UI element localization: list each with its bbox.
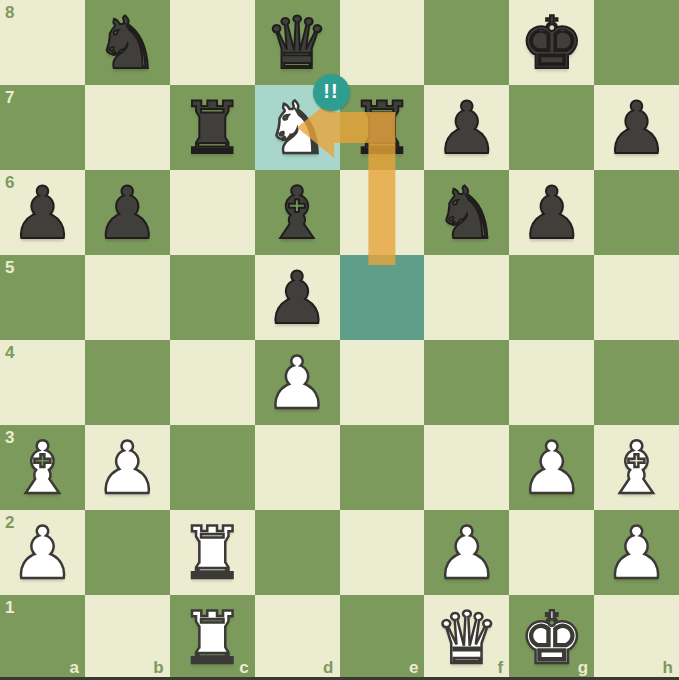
square-f5[interactable] — [424, 255, 509, 340]
black-knight[interactable]: ♞ — [85, 0, 170, 85]
black-pawn[interactable]: ♟ — [424, 85, 509, 170]
rank-label-1: 1 — [5, 599, 14, 616]
square-g8[interactable]: ♚ — [509, 0, 594, 85]
file-label-d: d — [323, 659, 333, 676]
square-a1[interactable]: 1a — [0, 595, 85, 680]
square-b7[interactable] — [85, 85, 170, 170]
square-e2[interactable] — [340, 510, 425, 595]
square-b5[interactable] — [85, 255, 170, 340]
square-e6[interactable] — [340, 170, 425, 255]
rank-label-7: 7 — [5, 89, 14, 106]
square-b2[interactable] — [85, 510, 170, 595]
black-queen[interactable]: ♛ — [255, 0, 340, 85]
white-pawn[interactable]: ♟ — [255, 340, 340, 425]
square-c2[interactable]: ♜ — [170, 510, 255, 595]
square-d4[interactable]: ♟ — [255, 340, 340, 425]
rank-label-8: 8 — [5, 4, 14, 21]
square-g6[interactable]: ♟ — [509, 170, 594, 255]
black-knight[interactable]: ♞ — [424, 170, 509, 255]
square-h6[interactable] — [594, 170, 679, 255]
square-g2[interactable] — [509, 510, 594, 595]
square-b3[interactable]: ♟ — [85, 425, 170, 510]
white-rook[interactable]: ♜ — [170, 595, 255, 680]
white-bishop[interactable]: ♝ — [594, 425, 679, 510]
square-a7[interactable]: 7 — [0, 85, 85, 170]
square-f4[interactable] — [424, 340, 509, 425]
square-g7[interactable] — [509, 85, 594, 170]
brilliant-move-badge: !! — [313, 74, 350, 111]
file-label-b: b — [153, 659, 163, 676]
brilliant-badge-text: !! — [323, 80, 338, 103]
white-king[interactable]: ♚ — [509, 595, 594, 680]
white-pawn[interactable]: ♟ — [85, 425, 170, 510]
square-a6[interactable]: 6♟ — [0, 170, 85, 255]
square-g1[interactable]: g♚ — [509, 595, 594, 680]
square-d3[interactable] — [255, 425, 340, 510]
square-e4[interactable] — [340, 340, 425, 425]
square-d8[interactable]: ♛ — [255, 0, 340, 85]
black-pawn[interactable]: ♟ — [594, 85, 679, 170]
black-rook[interactable]: ♜ — [170, 85, 255, 170]
white-bishop[interactable]: ♝ — [0, 425, 85, 510]
square-d1[interactable]: d — [255, 595, 340, 680]
white-pawn[interactable]: ♟ — [424, 510, 509, 595]
square-e1[interactable]: e — [340, 595, 425, 680]
white-pawn[interactable]: ♟ — [0, 510, 85, 595]
square-f8[interactable] — [424, 0, 509, 85]
square-h8[interactable] — [594, 0, 679, 85]
black-pawn[interactable]: ♟ — [0, 170, 85, 255]
white-pawn[interactable]: ♟ — [594, 510, 679, 595]
square-h1[interactable]: h — [594, 595, 679, 680]
square-e7[interactable]: ♜ — [340, 85, 425, 170]
square-c8[interactable] — [170, 0, 255, 85]
square-f2[interactable]: ♟ — [424, 510, 509, 595]
square-f1[interactable]: f♛ — [424, 595, 509, 680]
white-rook[interactable]: ♜ — [170, 510, 255, 595]
square-h5[interactable] — [594, 255, 679, 340]
square-f6[interactable]: ♞ — [424, 170, 509, 255]
black-rook[interactable]: ♜ — [340, 85, 425, 170]
square-c6[interactable] — [170, 170, 255, 255]
square-b8[interactable]: ♞ — [85, 0, 170, 85]
square-a3[interactable]: 3♝ — [0, 425, 85, 510]
square-c1[interactable]: c♜ — [170, 595, 255, 680]
white-pawn[interactable]: ♟ — [509, 425, 594, 510]
square-c3[interactable] — [170, 425, 255, 510]
square-b4[interactable] — [85, 340, 170, 425]
square-f7[interactable]: ♟ — [424, 85, 509, 170]
square-d5[interactable]: ♟ — [255, 255, 340, 340]
square-e5[interactable] — [340, 255, 425, 340]
black-king[interactable]: ♚ — [509, 0, 594, 85]
rank-label-4: 4 — [5, 344, 14, 361]
square-h4[interactable] — [594, 340, 679, 425]
white-queen[interactable]: ♛ — [424, 595, 509, 680]
square-h3[interactable]: ♝ — [594, 425, 679, 510]
file-label-e: e — [409, 659, 418, 676]
black-pawn[interactable]: ♟ — [509, 170, 594, 255]
black-pawn[interactable]: ♟ — [255, 255, 340, 340]
square-a2[interactable]: 2♟ — [0, 510, 85, 595]
square-g3[interactable]: ♟ — [509, 425, 594, 510]
rank-label-5: 5 — [5, 259, 14, 276]
square-c4[interactable] — [170, 340, 255, 425]
square-c5[interactable] — [170, 255, 255, 340]
black-bishop[interactable]: ♝ — [255, 170, 340, 255]
file-label-h: h — [663, 659, 673, 676]
square-h2[interactable]: ♟ — [594, 510, 679, 595]
square-e8[interactable] — [340, 0, 425, 85]
square-b6[interactable]: ♟ — [85, 170, 170, 255]
square-g5[interactable] — [509, 255, 594, 340]
square-g4[interactable] — [509, 340, 594, 425]
square-h7[interactable]: ♟ — [594, 85, 679, 170]
square-f3[interactable] — [424, 425, 509, 510]
file-label-a: a — [69, 659, 78, 676]
square-e3[interactable] — [340, 425, 425, 510]
square-d6[interactable]: ♝ — [255, 170, 340, 255]
square-a4[interactable]: 4 — [0, 340, 85, 425]
chess-board-area: 8♞♛♚7♜♞♜♟♟6♟♟♝♞♟5♟4♟3♝♟♟♝2♟♜♟♟1abc♜def♛g… — [0, 0, 679, 680]
square-d2[interactable] — [255, 510, 340, 595]
square-c7[interactable]: ♜ — [170, 85, 255, 170]
square-b1[interactable]: b — [85, 595, 170, 680]
black-pawn[interactable]: ♟ — [85, 170, 170, 255]
square-a8[interactable]: 8 — [0, 0, 85, 85]
square-a5[interactable]: 5 — [0, 255, 85, 340]
